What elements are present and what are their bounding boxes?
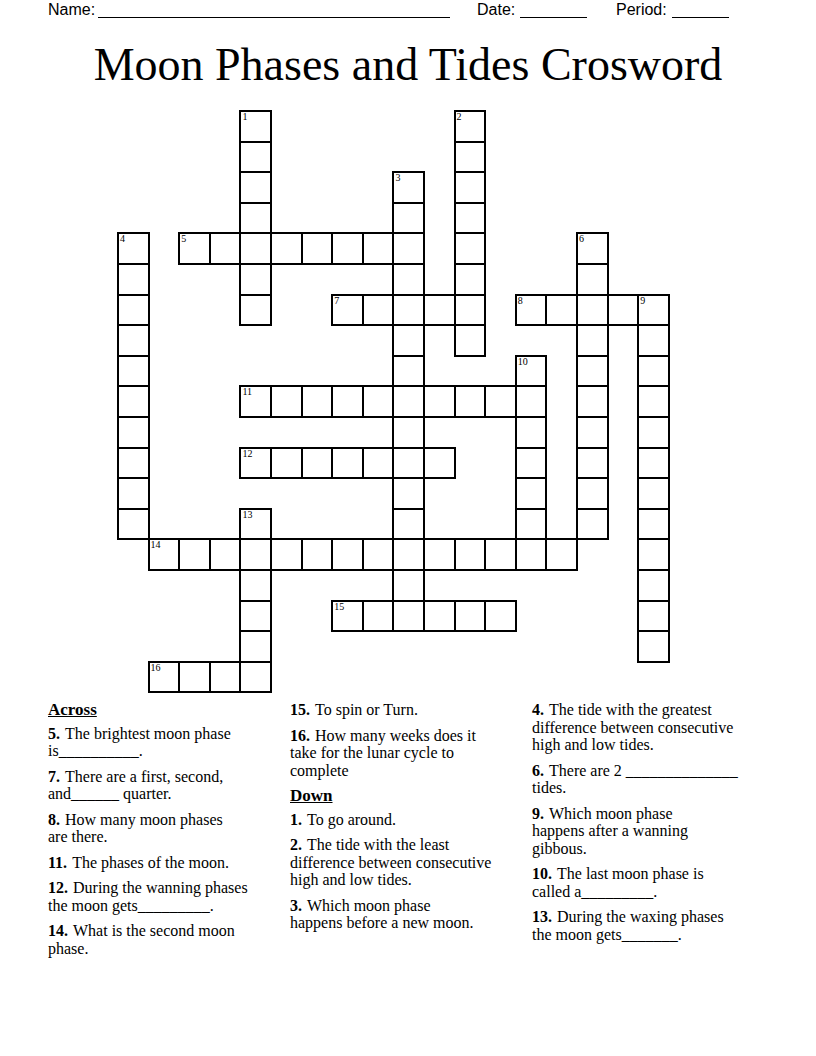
grid-cell-r6c13[interactable]: 8 [515,294,548,327]
cell-number-12: 12 [242,448,252,460]
clue-across-15: 15.To spin or Turn. [290,701,528,719]
grid-cell-r9c15[interactable] [576,385,609,418]
clue-number: 14. [48,922,68,939]
grid-cell-r6c7[interactable]: 7 [331,294,364,327]
grid-cell-r14c3[interactable] [209,538,242,571]
grid-cell-r3c9[interactable] [392,202,425,235]
grid-cell-r5c11[interactable] [454,263,487,296]
cell-number-6: 6 [579,233,584,245]
grid-cell-r14c7[interactable] [331,538,364,571]
grid-cell-r5c15[interactable] [576,263,609,296]
grid-cell-r13c0[interactable] [117,508,150,541]
clue-number: 8. [48,811,60,828]
cell-number-7: 7 [334,295,339,307]
grid-cell-r16c7[interactable]: 15 [331,600,364,633]
grid-cell-r15c9[interactable] [392,569,425,602]
grid-cell-r14c14[interactable] [545,538,578,571]
grid-cell-r15c4[interactable] [239,569,272,602]
clue-number: 12. [48,879,68,896]
grid-cell-r9c4[interactable]: 11 [239,385,272,418]
grid-cell-r8c9[interactable] [392,355,425,388]
crossword-grid: 12345678910111213141516 [117,110,670,693]
grid-cell-r9c13[interactable] [515,385,548,418]
grid-cell-r0c4[interactable]: 1 [239,110,272,143]
grid-cell-r5c4[interactable] [239,263,272,296]
clue-down-6: 6.There are 2 ______________ tides. [532,762,770,797]
clue-text: How many weeks does it take for the luna… [290,727,476,779]
grid-cell-r6c4[interactable] [239,294,272,327]
clue-number: 11. [48,854,67,871]
clue-text: Which moon phase happens before a new mo… [290,897,474,932]
grid-cell-r6c17[interactable]: 9 [637,294,670,327]
grid-cell-r4c9[interactable] [392,232,425,265]
grid-cell-r7c0[interactable] [117,324,150,357]
grid-cell-r16c12[interactable] [484,600,517,633]
clue-text: The last moon phase is called a_________… [532,865,704,900]
grid-cell-r11c6[interactable] [301,447,334,480]
cell-number-9: 9 [640,295,645,307]
cell-number-13: 13 [242,509,252,521]
clue-number: 2. [290,836,302,853]
grid-cell-r17c4[interactable] [239,630,272,663]
grid-cell-r9c17[interactable] [637,385,670,418]
clue-across-11: 11.The phases of the moon. [48,854,286,872]
grid-cell-r13c4[interactable]: 13 [239,508,272,541]
clue-down-3: 3.Which moon phase happens before a new … [290,897,528,932]
grid-cell-r14c6[interactable] [301,538,334,571]
grid-cell-r8c0[interactable] [117,355,150,388]
grid-cell-r6c0[interactable] [117,294,150,327]
grid-cell-r16c8[interactable] [362,600,395,633]
grid-cell-r7c15[interactable] [576,324,609,357]
grid-cell-r11c10[interactable] [423,447,456,480]
grid-cell-r12c13[interactable] [515,477,548,510]
clue-text: The tide with the least difference betwe… [290,836,491,888]
grid-cell-r14c10[interactable] [423,538,456,571]
clue-down-9: 9.Which moon phase happens after a wanni… [532,805,770,858]
across-heading: Across [48,701,286,719]
grid-cell-r10c13[interactable] [515,416,548,449]
clue-text: The brightest moon phase is__________. [48,725,231,760]
clue-text: During the waxing phases the moon gets__… [532,908,724,943]
grid-cell-r15c17[interactable] [637,569,670,602]
clue-text: The phases of the moon. [72,854,229,871]
grid-cell-r4c11[interactable] [454,232,487,265]
grid-cell-r14c2[interactable] [178,538,211,571]
clue-number: 3. [290,897,302,914]
grid-cell-r6c14[interactable] [545,294,578,327]
cell-number-3: 3 [395,172,400,184]
clue-down-2: 2.The tide with the least difference bet… [290,836,528,889]
grid-cell-r6c10[interactable] [423,294,456,327]
grid-cell-r9c10[interactable] [423,385,456,418]
clues-column-1: Across 5.The brightest moon phase is____… [48,701,286,965]
name-label: Name: [48,1,95,19]
cell-number-4: 4 [120,233,125,245]
grid-cell-r8c13[interactable]: 10 [515,355,548,388]
grid-cell-r11c9[interactable] [392,447,425,480]
grid-cell-r6c9[interactable] [392,294,425,327]
clue-text: How many moon phases are there. [48,811,223,846]
grid-cell-r6c11[interactable] [454,294,487,327]
grid-cell-r12c9[interactable] [392,477,425,510]
clue-across-5: 5.The brightest moon phase is__________. [48,725,286,760]
grid-cell-r12c15[interactable] [576,477,609,510]
grid-cell-r1c11[interactable] [454,141,487,174]
grid-cell-r9c7[interactable] [331,385,364,418]
grid-cell-r13c13[interactable] [515,508,548,541]
grid-cell-r17c17[interactable] [637,630,670,663]
grid-cell-r14c9[interactable] [392,538,425,571]
grid-cell-r10c0[interactable] [117,416,150,449]
grid-cell-r9c12[interactable] [484,385,517,418]
date-label: Date: [477,1,515,19]
period-label: Period: [616,1,667,19]
grid-cell-r11c7[interactable] [331,447,364,480]
grid-cell-r13c9[interactable] [392,508,425,541]
clue-number: 5. [48,725,60,742]
clue-text: Which moon phase happens after a wanning… [532,805,688,857]
grid-cell-r9c6[interactable] [301,385,334,418]
clue-text: During the wanning phases the moon gets_… [48,879,248,914]
grid-cell-r14c11[interactable] [454,538,487,571]
clue-down-13: 13.During the waxing phases the moon get… [532,908,770,943]
grid-cell-r9c9[interactable] [392,385,425,418]
grid-cell-r18c1[interactable]: 16 [148,661,181,694]
grid-cell-r11c8[interactable] [362,447,395,480]
grid-cell-r14c4[interactable] [239,538,272,571]
clue-text: There are a first, second, and______ qua… [48,768,223,803]
clue-number: 13. [532,908,552,925]
clue-number: 7. [48,768,60,785]
grid-cell-r3c11[interactable] [454,202,487,235]
grid-cell-r13c17[interactable] [637,508,670,541]
grid-cell-r14c12[interactable] [484,538,517,571]
grid-cell-r4c15[interactable]: 6 [576,232,609,265]
grid-cell-r2c9[interactable]: 3 [392,171,425,204]
grid-cell-r3c4[interactable] [239,202,272,235]
grid-cell-r18c4[interactable] [239,661,272,694]
grid-cell-r4c3[interactable] [209,232,242,265]
grid-cell-r0c11[interactable]: 2 [454,110,487,143]
grid-cell-r10c15[interactable] [576,416,609,449]
grid-cell-r14c17[interactable] [637,538,670,571]
cell-number-15: 15 [334,601,344,613]
clue-number: 4. [532,701,544,718]
clue-down-1: 1.To go around. [290,811,528,829]
grid-cell-r6c15[interactable] [576,294,609,327]
clues-column-2: 15.To spin or Turn. 16.How many weeks do… [290,701,528,940]
cell-number-14: 14 [151,539,161,551]
grid-cell-r12c17[interactable] [637,477,670,510]
clue-number: 6. [532,762,544,779]
clue-across-16: 16.How many weeks does it take for the l… [290,727,528,780]
cell-number-16: 16 [151,662,161,674]
grid-cell-r16c10[interactable] [423,600,456,633]
grid-cell-r9c5[interactable] [270,385,303,418]
clues-column-3: 4.The tide with the greatest difference … [532,701,770,951]
clue-number: 9. [532,805,544,822]
grid-cell-r18c2[interactable] [178,661,211,694]
grid-cell-r11c5[interactable] [270,447,303,480]
grid-cell-r4c2[interactable]: 5 [178,232,211,265]
grid-cell-r8c17[interactable] [637,355,670,388]
cell-number-5: 5 [181,233,186,245]
down-heading: Down [290,787,528,805]
cell-number-10: 10 [518,356,528,368]
clue-text: The tide with the greatest difference be… [532,701,733,753]
grid-cell-r4c5[interactable] [270,232,303,265]
grid-cell-r8c15[interactable] [576,355,609,388]
grid-cell-r9c8[interactable] [362,385,395,418]
clue-text: What is the second moon phase. [48,922,235,957]
grid-cell-r14c5[interactable] [270,538,303,571]
clue-number: 15. [290,701,310,718]
grid-cell-r11c15[interactable] [576,447,609,480]
grid-cell-r4c0[interactable]: 4 [117,232,150,265]
page-title: Moon Phases and Tides Crosword [0,38,816,91]
clue-text: To spin or Turn. [315,701,418,718]
grid-cell-r2c11[interactable] [454,171,487,204]
clue-text: There are 2 ______________ tides. [532,762,738,797]
clue-across-14: 14.What is the second moon phase. [48,922,286,957]
clue-down-10: 10.The last moon phase is called a______… [532,865,770,900]
grid-cell-r14c13[interactable] [515,538,548,571]
grid-cell-r16c4[interactable] [239,600,272,633]
clue-across-8: 8.How many moon phases are there. [48,811,286,846]
clue-number: 16. [290,727,310,744]
grid-cell-r7c17[interactable] [637,324,670,357]
cell-number-8: 8 [518,295,523,307]
grid-cell-r10c9[interactable] [392,416,425,449]
grid-cell-r14c8[interactable] [362,538,395,571]
grid-cell-r16c17[interactable] [637,600,670,633]
grid-cell-r2c4[interactable] [239,171,272,204]
grid-cell-r16c11[interactable] [454,600,487,633]
clue-across-7: 7.There are a first, second, and______ q… [48,768,286,803]
grid-cell-r12c0[interactable] [117,477,150,510]
cell-number-11: 11 [242,386,252,398]
grid-cell-r7c9[interactable] [392,324,425,357]
cell-number-2: 2 [457,111,462,123]
grid-cell-r6c16[interactable] [607,294,640,327]
grid-cell-r14c1[interactable]: 14 [148,538,181,571]
grid-cell-r4c4[interactable] [239,232,272,265]
clue-down-4: 4.The tide with the greatest difference … [532,701,770,754]
worksheet-header: Name: Date: Period: [0,0,816,24]
grid-cell-r5c0[interactable] [117,263,150,296]
grid-cell-r16c9[interactable] [392,600,425,633]
grid-cell-r5c9[interactable] [392,263,425,296]
grid-cell-r10c17[interactable] [637,416,670,449]
grid-cell-r11c13[interactable] [515,447,548,480]
grid-cell-r9c11[interactable] [454,385,487,418]
grid-cell-r4c7[interactable] [331,232,364,265]
period-blank-line[interactable] [672,0,729,18]
grid-cell-r9c0[interactable] [117,385,150,418]
grid-cell-r6c8[interactable] [362,294,395,327]
grid-cell-r4c8[interactable] [362,232,395,265]
grid-cell-r7c11[interactable] [454,324,487,357]
clue-number: 1. [290,811,302,828]
clue-text: To go around. [307,811,396,828]
name-blank-line[interactable] [98,0,450,18]
grid-cell-r11c0[interactable] [117,447,150,480]
grid-cell-r1c4[interactable] [239,141,272,174]
date-blank-line[interactable] [520,0,587,18]
grid-cell-r13c15[interactable] [576,508,609,541]
grid-cell-r4c6[interactable] [301,232,334,265]
grid-cell-r11c17[interactable] [637,447,670,480]
cell-number-1: 1 [242,111,247,123]
grid-cell-r18c3[interactable] [209,661,242,694]
clue-number: 10. [532,865,552,882]
clue-across-12: 12.During the wanning phases the moon ge… [48,879,286,914]
grid-cell-r11c4[interactable]: 12 [239,447,272,480]
